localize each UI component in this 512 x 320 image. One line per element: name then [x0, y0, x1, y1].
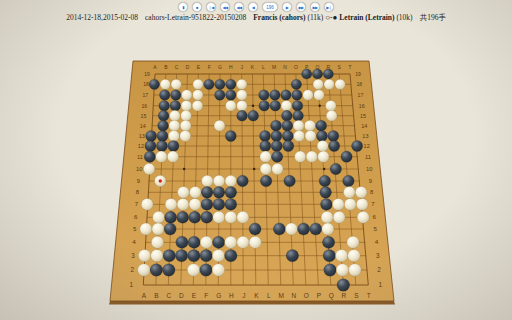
col-label-bottom: B — [154, 292, 158, 299]
stone-white — [313, 79, 323, 89]
row-label-right: 15 — [360, 113, 366, 119]
stone-white — [336, 264, 348, 276]
stone-black — [204, 79, 214, 89]
stone-white — [303, 90, 313, 100]
row-label-right: 4 — [375, 238, 379, 245]
row-label-right: 1 — [378, 281, 382, 288]
stone-white — [200, 236, 212, 248]
stone-white — [189, 198, 201, 210]
board-front-edge — [109, 301, 395, 305]
star-point — [323, 168, 325, 170]
stone-white — [281, 100, 292, 111]
stone-black — [213, 198, 225, 210]
row-label-right: 13 — [362, 133, 368, 139]
stone-black — [284, 175, 296, 187]
stone-white — [349, 264, 361, 276]
stone-black — [319, 175, 331, 187]
row-label-right: 12 — [364, 143, 370, 149]
stone-black — [293, 110, 304, 121]
stone-black — [323, 250, 335, 262]
stone-black — [200, 264, 212, 276]
stone-black — [337, 279, 350, 292]
stone-black — [249, 223, 261, 235]
stone-black — [188, 236, 200, 248]
stone-black — [259, 131, 270, 142]
col-label-bottom: S — [354, 292, 359, 299]
stone-black — [158, 110, 169, 121]
stone-black — [316, 131, 327, 142]
stone-white — [165, 198, 177, 210]
row-label-right: 3 — [376, 252, 380, 259]
col-label-bottom: H — [229, 292, 234, 299]
row-label-right: 5 — [374, 225, 378, 232]
stone-black — [189, 211, 201, 223]
stone-black — [175, 250, 187, 262]
stone-white — [318, 151, 329, 162]
stone-white — [237, 90, 247, 100]
row-label-left: 1 — [129, 281, 133, 288]
stone-black — [168, 140, 179, 151]
stone-white — [193, 79, 203, 89]
col-label-bottom: E — [192, 292, 197, 299]
stone-black — [150, 264, 162, 276]
stone-black — [283, 140, 294, 151]
col-label-top: D — [186, 64, 190, 70]
stone-black — [156, 140, 167, 151]
stone-white — [321, 211, 333, 223]
row-label-left: 17 — [142, 92, 148, 98]
row-label-right: 16 — [359, 103, 365, 109]
stone-white — [187, 264, 199, 276]
stone-black — [225, 186, 237, 198]
stone-white — [169, 110, 180, 121]
stone-black — [271, 120, 282, 131]
stone-black — [270, 100, 281, 111]
stone-black — [292, 90, 302, 100]
stone-white — [189, 186, 201, 198]
row-label-left: 13 — [139, 133, 145, 139]
stone-white — [160, 79, 170, 89]
stone-black — [271, 151, 282, 162]
stone-white — [213, 211, 225, 223]
stone-white — [212, 264, 224, 276]
stone-black — [226, 79, 236, 89]
col-label-bottom: O — [304, 292, 309, 299]
stone-white — [294, 131, 305, 142]
stone-black — [176, 236, 188, 248]
col-label-top: H — [229, 64, 233, 70]
stone-white — [314, 90, 324, 100]
row-label-left: 3 — [131, 252, 135, 259]
stone-black — [271, 131, 282, 142]
col-label-bottom: A — [142, 292, 147, 299]
go-board[interactable]: AABBCCDDEEFFGGHHJJKKLLMMNNOOPPQQRRSSTT19… — [0, 0, 512, 320]
stone-black — [352, 140, 363, 151]
col-label-bottom: C — [166, 292, 171, 299]
star-point — [253, 168, 255, 170]
stone-white — [332, 198, 344, 210]
stone-black — [188, 250, 200, 262]
stone-white — [333, 211, 345, 223]
col-label-bottom: J — [242, 292, 245, 299]
col-label-bottom: L — [267, 292, 271, 299]
row-label-left: 5 — [133, 225, 137, 232]
stone-white — [237, 79, 247, 89]
stone-black — [343, 175, 355, 187]
stone-black — [259, 90, 269, 100]
stone-white — [306, 151, 317, 162]
stone-black — [237, 175, 249, 187]
stone-black — [322, 236, 334, 248]
row-label-left: 12 — [138, 143, 144, 149]
stone-white — [192, 100, 203, 111]
stone-white — [249, 236, 261, 248]
stone-white — [317, 140, 328, 151]
row-label-right: 11 — [365, 154, 371, 160]
stone-black — [341, 151, 352, 162]
stone-black — [226, 90, 236, 100]
row-label-left: 4 — [132, 238, 136, 245]
stone-black — [237, 110, 248, 121]
stone-black — [177, 211, 189, 223]
stone-black — [201, 211, 213, 223]
col-label-top: F — [208, 64, 211, 70]
stone-black — [292, 100, 303, 111]
stone-black — [213, 186, 225, 198]
stone-black — [225, 198, 237, 210]
stone-black — [324, 264, 336, 276]
col-label-bottom: P — [317, 292, 321, 299]
row-label-left: 15 — [141, 113, 147, 119]
row-label-right: 6 — [372, 213, 376, 220]
row-label-left: 19 — [144, 71, 150, 77]
row-label-right: 19 — [355, 71, 361, 77]
stone-black — [298, 223, 310, 235]
stone-white — [156, 151, 167, 162]
stone-black — [144, 151, 155, 162]
stone-white — [355, 186, 367, 198]
stone-white — [151, 250, 163, 262]
stone-black — [248, 110, 259, 121]
stone-white — [285, 223, 297, 235]
stone-white — [214, 120, 225, 131]
stone-white — [326, 110, 337, 121]
stone-white — [293, 120, 304, 131]
col-label-top: R — [327, 64, 331, 70]
stone-black — [215, 79, 225, 89]
row-label-left: 16 — [141, 103, 147, 109]
stone-white — [225, 175, 237, 187]
stone-black — [312, 69, 322, 79]
stone-white — [295, 151, 306, 162]
stone-black — [310, 223, 322, 235]
row-label-right: 9 — [369, 178, 372, 184]
stone-black — [320, 186, 332, 198]
col-label-bottom: F — [204, 292, 208, 299]
stone-white — [171, 79, 181, 89]
stone-white — [326, 100, 337, 111]
stone-white — [212, 250, 224, 262]
col-label-top: N — [283, 64, 287, 70]
stone-black — [149, 79, 159, 89]
stone-black — [282, 120, 293, 131]
stone-white — [153, 211, 165, 223]
stone-black — [171, 90, 181, 100]
stone-white — [335, 250, 347, 262]
row-label-right: 18 — [356, 81, 362, 87]
stone-black — [270, 90, 280, 100]
row-label-left: 10 — [136, 166, 142, 172]
stone-white — [177, 198, 189, 210]
col-label-top: G — [218, 64, 222, 70]
stone-white — [169, 120, 180, 131]
last-move-marker — [159, 179, 162, 182]
stone-black — [260, 140, 271, 151]
stone-white — [143, 163, 154, 174]
stone-white — [225, 236, 237, 248]
stone-black — [158, 120, 169, 131]
stone-black — [291, 79, 301, 89]
stone-white — [152, 223, 164, 235]
stone-black — [328, 131, 339, 142]
row-label-left: 14 — [140, 123, 146, 129]
stone-black — [225, 250, 237, 262]
stone-white — [272, 163, 283, 174]
stone-white — [335, 79, 345, 89]
stone-black — [145, 140, 156, 151]
row-label-right: 17 — [358, 92, 364, 98]
stone-white — [343, 186, 355, 198]
col-label-bottom: R — [341, 292, 346, 299]
col-label-bottom: G — [216, 292, 221, 299]
row-label-right: 14 — [361, 123, 367, 129]
stone-white — [181, 100, 192, 111]
stone-white — [178, 186, 190, 198]
stone-white — [180, 120, 191, 131]
stone-black — [302, 69, 312, 79]
stone-white — [181, 110, 192, 121]
stone-white — [167, 151, 178, 162]
stone-black — [170, 100, 181, 111]
stone-white — [141, 198, 153, 210]
stone-black — [316, 120, 327, 131]
stone-white — [237, 100, 248, 111]
stone-black — [201, 198, 213, 210]
stone-black — [330, 163, 341, 174]
stone-black — [163, 264, 175, 276]
star-point — [252, 105, 254, 107]
stone-black — [281, 110, 292, 121]
stone-black — [323, 69, 333, 79]
stone-white — [140, 223, 152, 235]
stone-white — [344, 198, 356, 210]
stone-white — [348, 250, 360, 262]
stone-black — [215, 90, 225, 100]
stone-white — [347, 236, 359, 248]
col-label-bottom: Q — [329, 292, 334, 300]
stone-black — [282, 131, 293, 142]
stone-black — [201, 186, 213, 198]
stone-black — [273, 223, 285, 235]
stone-white — [357, 211, 369, 223]
stone-black — [157, 131, 168, 142]
col-label-bottom: D — [179, 292, 184, 299]
col-label-top: M — [272, 64, 276, 70]
star-point — [183, 168, 185, 170]
stone-black — [212, 236, 224, 248]
stone-black — [225, 131, 236, 142]
stone-white — [226, 100, 237, 111]
col-label-top: L — [262, 64, 265, 70]
stone-white — [202, 175, 214, 187]
stone-black — [260, 175, 272, 187]
col-label-top: Q — [316, 64, 320, 70]
stone-black — [164, 223, 176, 235]
stone-white — [180, 131, 191, 142]
stone-black — [159, 100, 170, 111]
row-label-left: 18 — [143, 81, 149, 87]
stone-black — [259, 100, 270, 111]
star-point — [319, 105, 321, 107]
col-label-top: C — [175, 64, 179, 70]
stone-white — [193, 90, 203, 100]
row-label-left: 2 — [130, 266, 134, 273]
stone-black — [165, 211, 177, 223]
stone-black — [146, 131, 157, 142]
stone-white — [237, 211, 249, 223]
stone-white — [304, 120, 315, 131]
stone-white — [305, 131, 316, 142]
col-label-bottom: M — [279, 292, 284, 299]
col-label-bottom: N — [291, 292, 296, 299]
stone-black — [159, 90, 169, 100]
stone-black — [200, 250, 212, 262]
row-label-left: 9 — [137, 178, 140, 184]
stone-white — [213, 175, 225, 187]
stone-black — [329, 140, 340, 151]
stone-white — [324, 79, 334, 89]
row-label-right: 2 — [377, 266, 381, 273]
stone-white — [182, 90, 192, 100]
stone-white — [225, 211, 237, 223]
stone-white — [168, 131, 179, 142]
stone-white — [138, 250, 150, 262]
stone-white — [260, 151, 271, 162]
stone-white — [237, 236, 249, 248]
stone-white — [151, 236, 163, 248]
row-label-left: 11 — [137, 154, 143, 160]
row-label-right: 10 — [366, 166, 372, 172]
col-label-top: T — [348, 64, 351, 70]
col-label-bottom: T — [367, 292, 371, 299]
stone-white — [356, 198, 368, 210]
stone-white — [322, 223, 334, 235]
stone-black — [271, 140, 282, 151]
stone-black — [286, 250, 298, 262]
stone-black — [281, 90, 291, 100]
stone-black — [320, 198, 332, 210]
col-label-bottom: K — [254, 292, 259, 299]
stone-white — [138, 264, 150, 276]
stone-white — [260, 163, 271, 174]
stone-black — [163, 250, 175, 262]
col-label-top: O — [294, 64, 298, 70]
